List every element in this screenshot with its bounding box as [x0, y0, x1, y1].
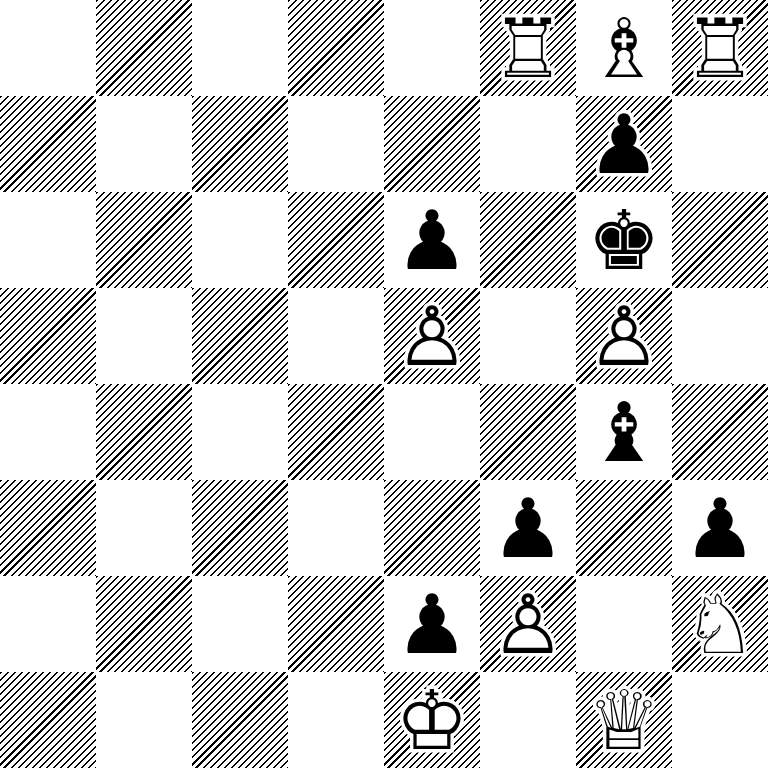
square-h2: ♞♘ [672, 576, 768, 672]
piece-halo-f2: ♟ [480, 576, 576, 672]
piece-black-bishop-g4: ♝ [576, 384, 672, 480]
square-a4 [0, 384, 96, 480]
piece-white-queen-g1: ♕ [576, 672, 672, 768]
piece-white-king-e1: ♔ [384, 672, 480, 768]
piece-white-rook-f8: ♖ [480, 0, 576, 96]
piece-halo-g7: ♟ [576, 96, 672, 192]
piece-halo-h8: ♜ [672, 0, 768, 96]
square-g8: ♝♗ [576, 0, 672, 96]
piece-halo-f3: ♟ [480, 480, 576, 576]
square-h4 [672, 384, 768, 480]
piece-white-bishop-g8: ♗ [576, 0, 672, 96]
square-c4 [192, 384, 288, 480]
square-b1 [96, 672, 192, 768]
piece-white-pawn-e5: ♙ [384, 288, 480, 384]
square-c5 [192, 288, 288, 384]
piece-halo-g6: ♚ [576, 192, 672, 288]
square-h3: ♟♟ [672, 480, 768, 576]
piece-black-pawn-g7: ♟ [576, 96, 672, 192]
square-e8 [384, 0, 480, 96]
square-e1: ♚♔ [384, 672, 480, 768]
square-f5 [480, 288, 576, 384]
square-e3 [384, 480, 480, 576]
piece-halo-g8: ♝ [576, 0, 672, 96]
square-b6 [96, 192, 192, 288]
square-a5 [0, 288, 96, 384]
piece-black-pawn-e6: ♟ [384, 192, 480, 288]
square-a6 [0, 192, 96, 288]
square-a3 [0, 480, 96, 576]
square-g7: ♟♟ [576, 96, 672, 192]
square-h5 [672, 288, 768, 384]
square-d7 [288, 96, 384, 192]
square-g6: ♚♚ [576, 192, 672, 288]
square-e5: ♟♙ [384, 288, 480, 384]
square-d5 [288, 288, 384, 384]
piece-white-pawn-g5: ♙ [576, 288, 672, 384]
square-g3 [576, 480, 672, 576]
square-b5 [96, 288, 192, 384]
square-a8 [0, 0, 96, 96]
square-c1 [192, 672, 288, 768]
piece-halo-h2: ♞ [672, 576, 768, 672]
piece-halo-h3: ♟ [672, 480, 768, 576]
square-a1 [0, 672, 96, 768]
square-h6 [672, 192, 768, 288]
piece-black-pawn-e2: ♟ [384, 576, 480, 672]
square-b4 [96, 384, 192, 480]
piece-halo-g1: ♛ [576, 672, 672, 768]
square-c6 [192, 192, 288, 288]
square-g4: ♝♝ [576, 384, 672, 480]
square-e7 [384, 96, 480, 192]
square-e4 [384, 384, 480, 480]
square-c8 [192, 0, 288, 96]
square-f3: ♟♟ [480, 480, 576, 576]
square-h1 [672, 672, 768, 768]
chess-board: ♜♖♝♗♜♖♟♟♟♟♚♚♟♙♟♙♝♝♟♟♟♟♟♟♟♙♞♘♚♔♛♕ [0, 0, 768, 768]
square-c3 [192, 480, 288, 576]
piece-black-pawn-h3: ♟ [672, 480, 768, 576]
piece-white-pawn-f2: ♙ [480, 576, 576, 672]
piece-halo-g4: ♝ [576, 384, 672, 480]
piece-halo-e6: ♟ [384, 192, 480, 288]
piece-white-knight-h2: ♘ [672, 576, 768, 672]
square-f2: ♟♙ [480, 576, 576, 672]
square-g2 [576, 576, 672, 672]
square-e2: ♟♟ [384, 576, 480, 672]
piece-white-rook-h8: ♖ [672, 0, 768, 96]
square-d6 [288, 192, 384, 288]
piece-halo-e5: ♟ [384, 288, 480, 384]
square-d4 [288, 384, 384, 480]
piece-halo-g5: ♟ [576, 288, 672, 384]
square-c7 [192, 96, 288, 192]
piece-halo-f8: ♜ [480, 0, 576, 96]
square-f1 [480, 672, 576, 768]
piece-halo-e1: ♚ [384, 672, 480, 768]
square-d8 [288, 0, 384, 96]
square-d1 [288, 672, 384, 768]
square-b2 [96, 576, 192, 672]
square-e6: ♟♟ [384, 192, 480, 288]
square-f7 [480, 96, 576, 192]
square-c2 [192, 576, 288, 672]
piece-halo-e2: ♟ [384, 576, 480, 672]
square-f8: ♜♖ [480, 0, 576, 96]
square-g1: ♛♕ [576, 672, 672, 768]
square-b3 [96, 480, 192, 576]
square-d3 [288, 480, 384, 576]
piece-black-king-g6: ♚ [576, 192, 672, 288]
square-a7 [0, 96, 96, 192]
square-b8 [96, 0, 192, 96]
square-f4 [480, 384, 576, 480]
square-g5: ♟♙ [576, 288, 672, 384]
square-h7 [672, 96, 768, 192]
square-a2 [0, 576, 96, 672]
square-d2 [288, 576, 384, 672]
square-b7 [96, 96, 192, 192]
piece-black-pawn-f3: ♟ [480, 480, 576, 576]
square-h8: ♜♖ [672, 0, 768, 96]
square-f6 [480, 192, 576, 288]
